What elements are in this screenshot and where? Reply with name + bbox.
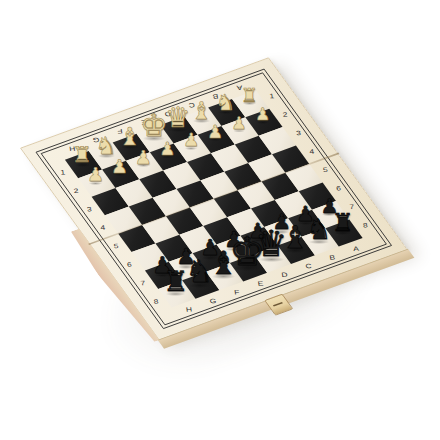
white-knight-b1[interactable]: ♞ — [214, 92, 236, 114]
rank-label-left-2: 2 — [71, 187, 81, 194]
rank-label-left-3: 3 — [84, 206, 94, 213]
rank-label-left-6: 6 — [124, 261, 134, 268]
rank-label-left-7: 7 — [137, 280, 147, 287]
white-rook-a1[interactable]: ♜ — [240, 86, 259, 105]
file-label-near-C: C — [303, 263, 313, 270]
file-label-near-D: D — [279, 272, 289, 279]
black-rook-a8[interactable]: ♜ — [330, 210, 355, 235]
piece-glyph: ♝ — [190, 99, 214, 123]
clasp-pin — [273, 302, 283, 307]
rank-label-left-4: 4 — [97, 224, 107, 231]
piece-glyph: ♟ — [134, 148, 153, 167]
white-pawn-a2[interactable]: ♟ — [254, 106, 271, 123]
product-photo: HH11GG22FF33EE44DD55CC66BB77AA88 ♜♞♝♟♛♟♚… — [0, 0, 440, 440]
white-pawn-d2[interactable]: ♟ — [182, 131, 200, 149]
piece-glyph: ♜ — [240, 86, 259, 105]
file-label-near-F: F — [231, 289, 241, 296]
white-king-e1[interactable]: ♚ — [138, 110, 169, 141]
rank-label-left-5: 5 — [111, 243, 121, 250]
file-label-near-B: B — [327, 255, 337, 262]
white-pawn-c2[interactable]: ♟ — [206, 123, 224, 141]
file-label-near-G: G — [207, 298, 217, 305]
rank-label-right-3: 3 — [293, 130, 303, 137]
rank-label-right-1: 1 — [267, 93, 277, 100]
piece-glyph: ♟ — [110, 157, 129, 176]
white-pawn-e2[interactable]: ♟ — [158, 140, 176, 158]
rank-label-right-4: 4 — [307, 148, 317, 155]
piece-glyph: ♟ — [182, 131, 200, 149]
white-bishop-c1[interactable]: ♝ — [190, 99, 214, 123]
white-pawn-h2[interactable]: ♟ — [86, 165, 105, 184]
piece-glyph: ♟ — [230, 115, 247, 132]
piece-glyph: ♟ — [158, 140, 176, 158]
white-pawn-b2[interactable]: ♟ — [230, 115, 247, 132]
white-pawn-f2[interactable]: ♟ — [134, 148, 153, 167]
black-rook-h8[interactable]: ♜ — [162, 268, 190, 296]
rank-label-left-1: 1 — [57, 169, 67, 176]
rank-label-left-8: 8 — [151, 298, 161, 305]
file-label-near-A: A — [351, 246, 361, 253]
piece-glyph: ♜ — [330, 210, 355, 235]
piece-glyph: ♟ — [254, 106, 271, 123]
piece-glyph: ♞ — [214, 92, 236, 114]
piece-glyph: ♞ — [94, 134, 118, 158]
white-knight-g1[interactable]: ♞ — [94, 134, 118, 158]
rank-label-right-2: 2 — [280, 111, 290, 118]
piece-glyph: ♜ — [162, 268, 190, 296]
rank-label-right-8: 8 — [360, 222, 370, 229]
piece-glyph: ♟ — [86, 165, 105, 184]
rank-label-right-5: 5 — [320, 167, 330, 174]
file-label-near-E: E — [255, 281, 265, 288]
piece-glyph: ♚ — [138, 110, 169, 141]
white-pawn-g2[interactable]: ♟ — [110, 157, 129, 176]
rank-label-right-6: 6 — [333, 185, 343, 192]
piece-glyph: ♟ — [206, 123, 224, 141]
file-label-near-H: H — [183, 307, 193, 314]
